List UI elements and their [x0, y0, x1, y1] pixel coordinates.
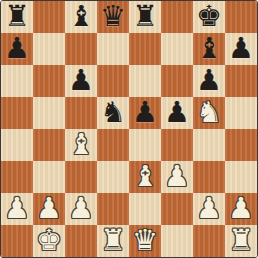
- square-c1[interactable]: [65, 225, 97, 257]
- piece-white-queen-e1[interactable]: ♛: [132, 224, 158, 256]
- square-g1[interactable]: [193, 225, 225, 257]
- piece-black-rook-a8[interactable]: ♜: [4, 0, 30, 32]
- square-d1[interactable]: ♜: [97, 225, 129, 257]
- piece-white-pawn-h2[interactable]: ♟: [228, 192, 254, 224]
- piece-white-pawn-g2[interactable]: ♟: [196, 192, 222, 224]
- square-e1[interactable]: ♛: [129, 225, 161, 257]
- square-g2[interactable]: ♟: [193, 193, 225, 225]
- piece-white-pawn-b2[interactable]: ♟: [36, 192, 62, 224]
- square-b1[interactable]: ♚: [33, 225, 65, 257]
- square-d5[interactable]: ♞: [97, 97, 129, 129]
- square-g5[interactable]: ♞: [193, 97, 225, 129]
- square-a3[interactable]: [1, 161, 33, 193]
- square-e8[interactable]: ♜: [129, 1, 161, 33]
- piece-black-queen-d8[interactable]: ♛: [100, 0, 126, 32]
- square-d8[interactable]: ♛: [97, 1, 129, 33]
- square-h8[interactable]: [225, 1, 257, 33]
- square-f8[interactable]: [161, 1, 193, 33]
- square-h2[interactable]: ♟: [225, 193, 257, 225]
- square-h6[interactable]: [225, 65, 257, 97]
- square-a1[interactable]: [1, 225, 33, 257]
- square-h4[interactable]: [225, 129, 257, 161]
- square-d7[interactable]: [97, 33, 129, 65]
- square-h3[interactable]: [225, 161, 257, 193]
- square-c5[interactable]: [65, 97, 97, 129]
- square-c2[interactable]: ♟: [65, 193, 97, 225]
- square-c6[interactable]: ♟: [65, 65, 97, 97]
- chess-board: ♜♝♛♜♚♟♝♟♟♟♞♟♟♞♝♝♟♟♟♟♟♟♚♜♛♜: [0, 0, 258, 258]
- square-b6[interactable]: [33, 65, 65, 97]
- piece-black-rook-e8[interactable]: ♜: [132, 0, 158, 32]
- piece-white-knight-g5[interactable]: ♞: [196, 96, 222, 128]
- square-e7[interactable]: [129, 33, 161, 65]
- square-b7[interactable]: [33, 33, 65, 65]
- piece-white-rook-d1[interactable]: ♜: [100, 224, 126, 256]
- piece-white-bishop-e3[interactable]: ♝: [132, 160, 158, 192]
- square-a2[interactable]: ♟: [1, 193, 33, 225]
- square-a4[interactable]: [1, 129, 33, 161]
- piece-black-bishop-g7[interactable]: ♝: [196, 32, 222, 64]
- square-d2[interactable]: [97, 193, 129, 225]
- square-g6[interactable]: ♟: [193, 65, 225, 97]
- square-f4[interactable]: [161, 129, 193, 161]
- square-c7[interactable]: [65, 33, 97, 65]
- piece-black-pawn-a7[interactable]: ♟: [4, 32, 30, 64]
- square-d4[interactable]: [97, 129, 129, 161]
- piece-black-pawn-h7[interactable]: ♟: [228, 32, 254, 64]
- square-a8[interactable]: ♜: [1, 1, 33, 33]
- chess-board-window: ♜♝♛♜♚♟♝♟♟♟♞♟♟♞♝♝♟♟♟♟♟♟♚♜♛♜: [0, 0, 258, 258]
- square-f3[interactable]: ♟: [161, 161, 193, 193]
- square-a7[interactable]: ♟: [1, 33, 33, 65]
- square-e5[interactable]: ♟: [129, 97, 161, 129]
- square-e2[interactable]: [129, 193, 161, 225]
- piece-black-pawn-f5[interactable]: ♟: [164, 96, 190, 128]
- piece-white-pawn-c2[interactable]: ♟: [68, 192, 94, 224]
- piece-black-pawn-g6[interactable]: ♟: [196, 64, 222, 96]
- piece-black-king-g8[interactable]: ♚: [196, 0, 222, 32]
- piece-black-pawn-e5[interactable]: ♟: [132, 96, 158, 128]
- square-e3[interactable]: ♝: [129, 161, 161, 193]
- piece-black-bishop-c8[interactable]: ♝: [68, 0, 94, 32]
- piece-white-rook-h1[interactable]: ♜: [228, 224, 254, 256]
- square-d6[interactable]: [97, 65, 129, 97]
- square-f5[interactable]: ♟: [161, 97, 193, 129]
- square-f6[interactable]: [161, 65, 193, 97]
- piece-white-king-b1[interactable]: ♚: [36, 224, 62, 256]
- square-c8[interactable]: ♝: [65, 1, 97, 33]
- square-h5[interactable]: [225, 97, 257, 129]
- square-b2[interactable]: ♟: [33, 193, 65, 225]
- square-g3[interactable]: [193, 161, 225, 193]
- square-h1[interactable]: ♜: [225, 225, 257, 257]
- square-c4[interactable]: ♝: [65, 129, 97, 161]
- square-b4[interactable]: [33, 129, 65, 161]
- square-f2[interactable]: [161, 193, 193, 225]
- square-b3[interactable]: [33, 161, 65, 193]
- piece-white-pawn-f3[interactable]: ♟: [164, 160, 190, 192]
- square-b8[interactable]: [33, 1, 65, 33]
- square-h7[interactable]: ♟: [225, 33, 257, 65]
- square-f7[interactable]: [161, 33, 193, 65]
- square-e4[interactable]: [129, 129, 161, 161]
- square-g4[interactable]: [193, 129, 225, 161]
- piece-white-bishop-c4[interactable]: ♝: [68, 128, 94, 160]
- square-g8[interactable]: ♚: [193, 1, 225, 33]
- square-d3[interactable]: [97, 161, 129, 193]
- square-a5[interactable]: [1, 97, 33, 129]
- square-e6[interactable]: [129, 65, 161, 97]
- piece-black-knight-d5[interactable]: ♞: [100, 96, 126, 128]
- square-b5[interactable]: [33, 97, 65, 129]
- square-g7[interactable]: ♝: [193, 33, 225, 65]
- square-f1[interactable]: [161, 225, 193, 257]
- piece-white-pawn-a2[interactable]: ♟: [4, 192, 30, 224]
- square-a6[interactable]: [1, 65, 33, 97]
- piece-black-pawn-c6[interactable]: ♟: [68, 64, 94, 96]
- square-c3[interactable]: [65, 161, 97, 193]
